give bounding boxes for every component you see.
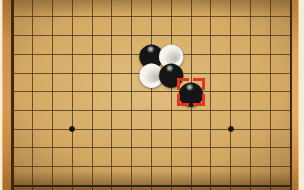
grid-line-horizontal [13, 185, 290, 187]
grid-line-horizontal [13, 35, 290, 36]
grid-line-vertical [13, 0, 15, 190]
grid-line-vertical [230, 0, 231, 190]
last-move-marker-corner [177, 94, 189, 106]
grid-line-vertical [72, 0, 73, 190]
star-point [69, 126, 75, 132]
grid-line-vertical [92, 0, 93, 190]
star-point [228, 126, 234, 132]
last-move-marker-corner [193, 78, 205, 90]
grid-line-vertical [32, 0, 33, 190]
grid-line-vertical [250, 0, 251, 190]
board-frame-right [292, 0, 299, 190]
board-frame-left [2, 0, 11, 190]
grid-line-vertical [151, 0, 152, 190]
grid-line-horizontal [13, 91, 290, 92]
outer-edge-right [299, 0, 304, 190]
grid-line-horizontal [13, 110, 290, 111]
gomoku-board[interactable]: ●●●●● [11, 0, 292, 190]
grid-line-horizontal [13, 73, 290, 74]
grid-line-horizontal [13, 166, 290, 167]
last-move-marker-corner [193, 94, 205, 106]
grid-line-vertical [210, 0, 211, 190]
grid-line-vertical [171, 0, 172, 190]
grid-line-horizontal [13, 147, 290, 148]
grid-line-vertical [290, 0, 292, 190]
grid-line-vertical [131, 0, 132, 190]
grid-line-horizontal [13, 129, 290, 130]
grid-line-vertical [270, 0, 271, 190]
last-move-marker-corner [177, 78, 189, 90]
grid-line-vertical [191, 0, 192, 190]
star-point [149, 51, 155, 57]
grid-line-vertical [52, 0, 53, 190]
grid-line-horizontal [13, 16, 290, 17]
game-screen: ●●●●● [0, 0, 304, 190]
grid-line-vertical [111, 0, 112, 190]
